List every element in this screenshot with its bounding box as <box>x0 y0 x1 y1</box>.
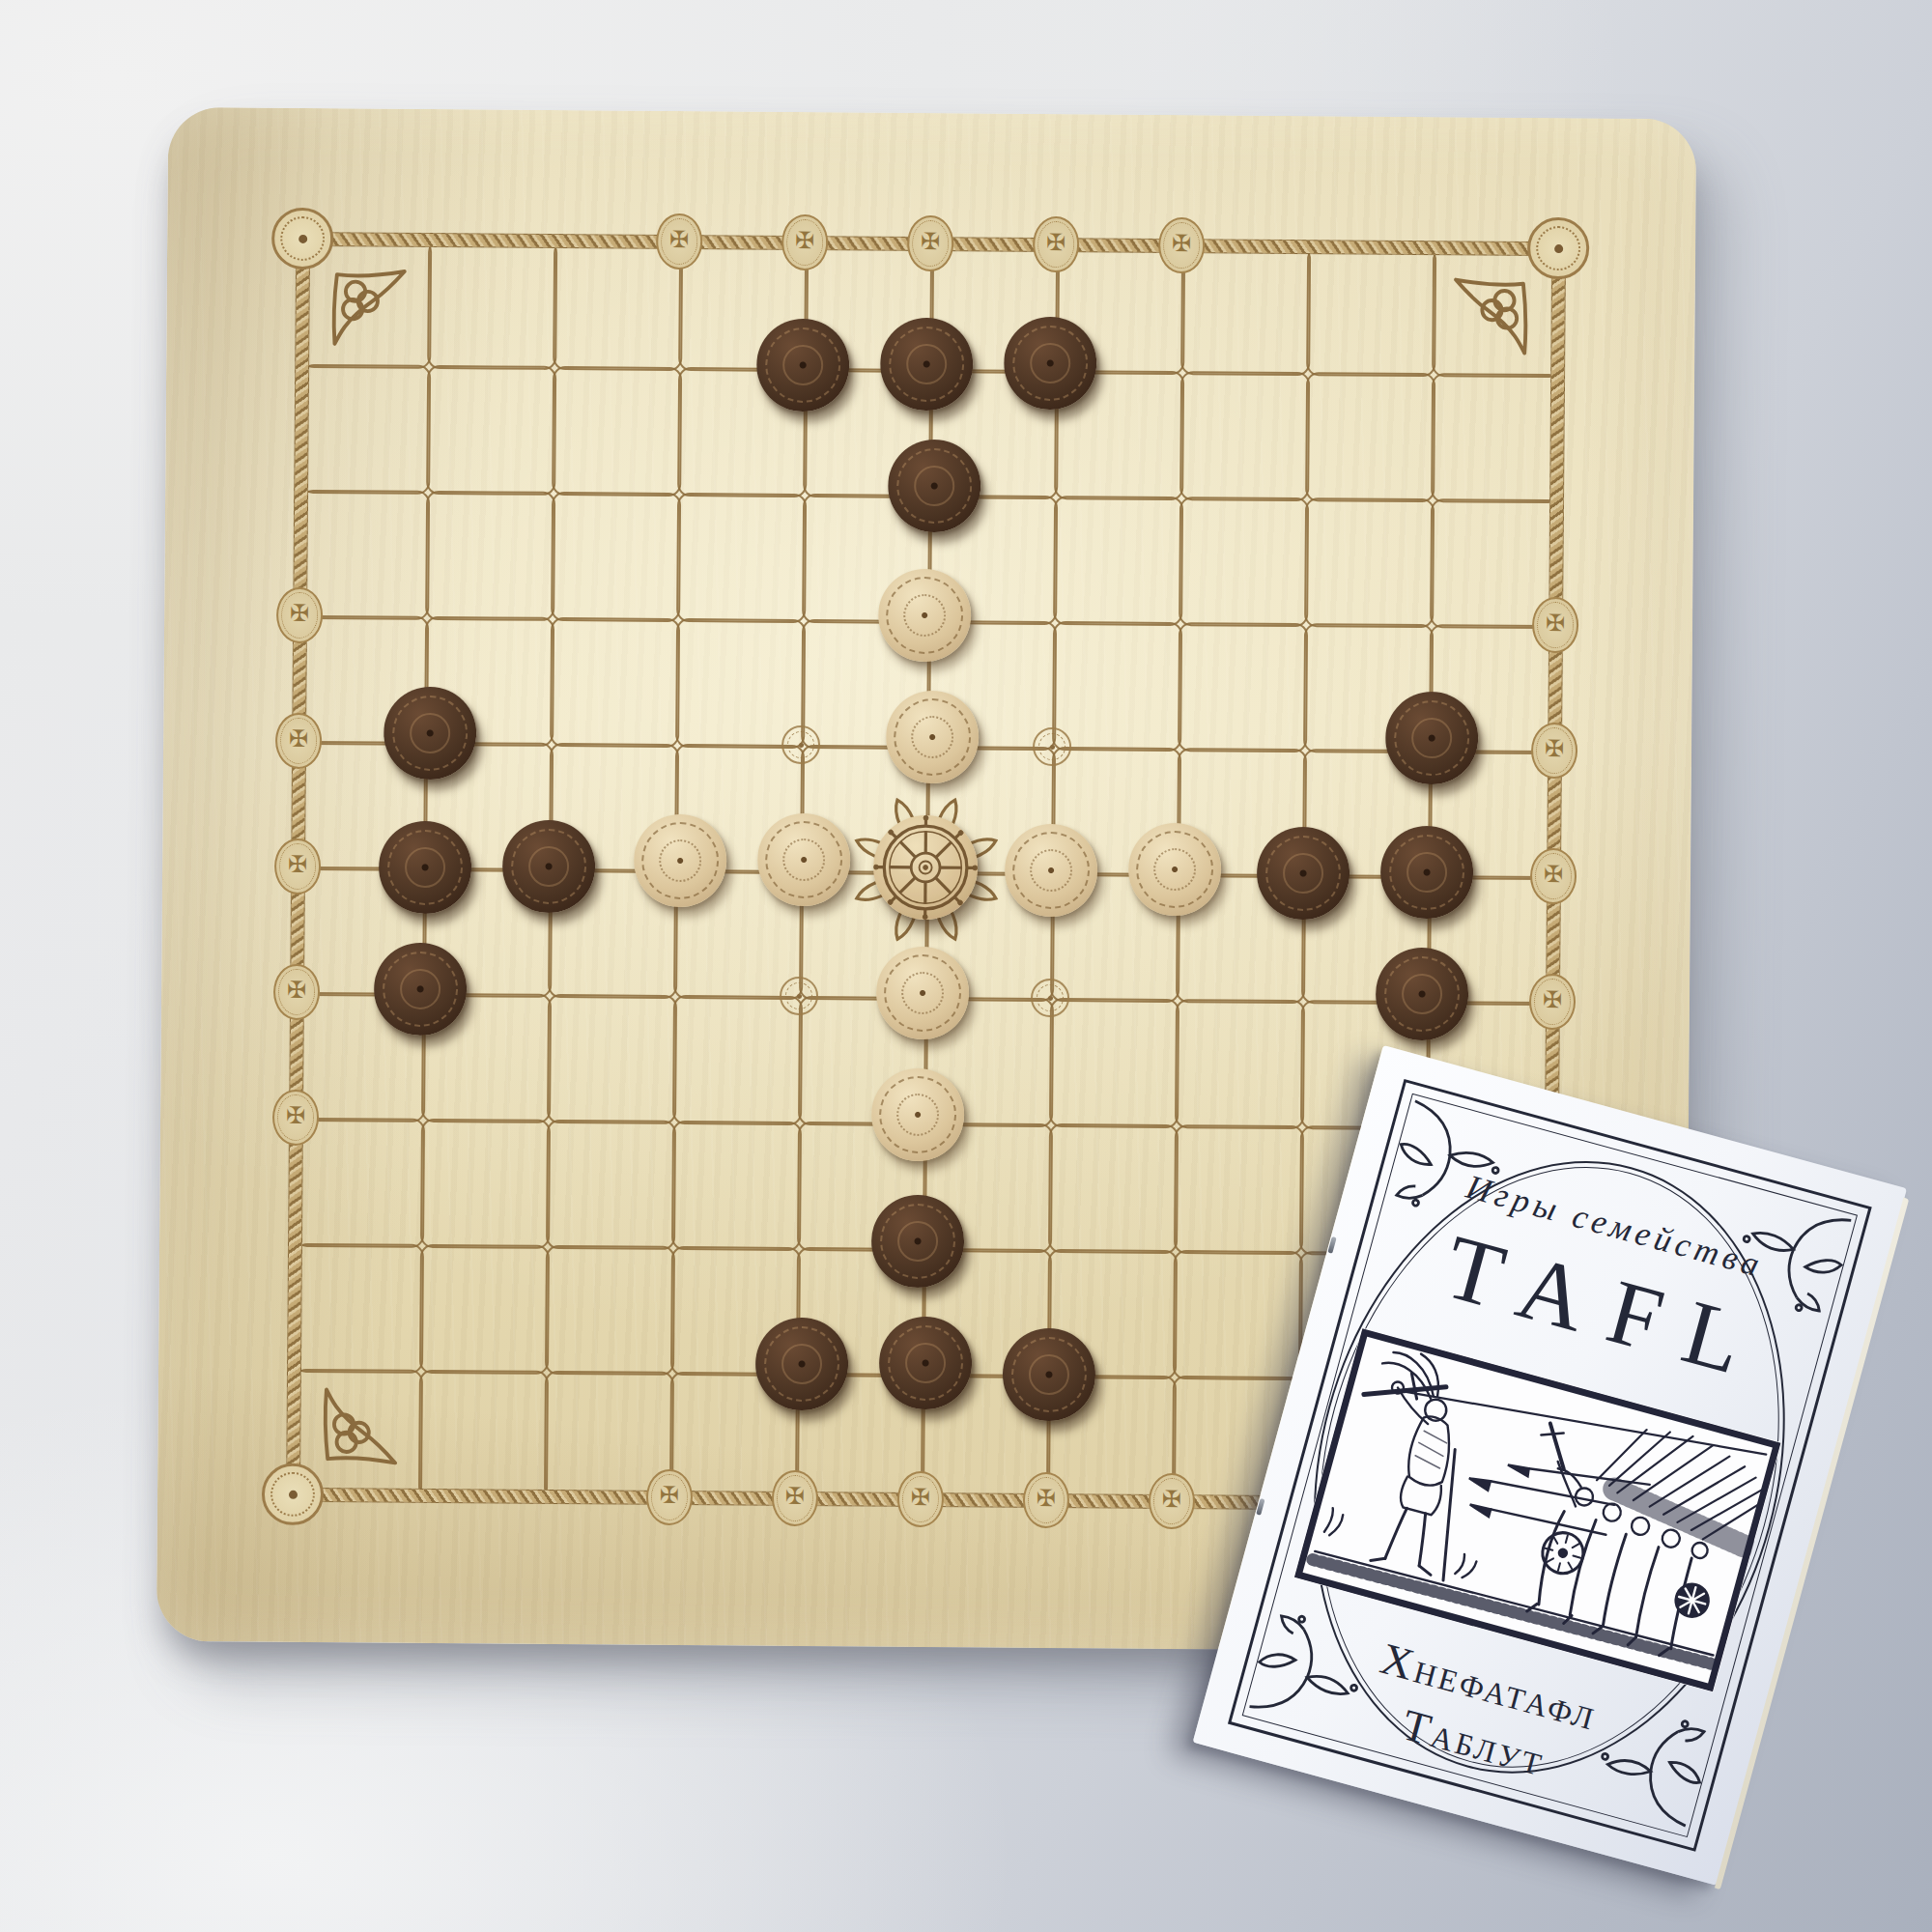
border-cross-medallion: ✠ <box>1532 597 1578 653</box>
grid-cell <box>545 1245 675 1376</box>
attacker-piece[interactable] <box>1003 1328 1096 1422</box>
border-cross-medallion: ✠ <box>1023 1472 1069 1528</box>
grid-cell <box>1052 621 1182 752</box>
border-cross-medallion: ✠ <box>1529 974 1576 1030</box>
defender-start-marker <box>780 977 818 1015</box>
grid-cell <box>1305 372 1435 502</box>
grid-cell <box>1053 496 1183 626</box>
border-cross-medallion: ✠ <box>1530 848 1577 904</box>
defender-piece[interactable] <box>634 814 727 908</box>
corner-circle-marker <box>271 208 334 270</box>
border-cross-medallion: ✠ <box>772 1470 818 1526</box>
attacker-piece[interactable] <box>384 687 477 781</box>
defender-piece[interactable] <box>1128 823 1222 917</box>
grid-cell <box>1179 371 1310 501</box>
grid-cell <box>675 618 806 749</box>
border-cross-medallion: ✠ <box>274 838 321 895</box>
corner-knot-icon <box>325 263 414 356</box>
attacker-piece[interactable] <box>379 821 472 915</box>
defender-piece[interactable] <box>757 813 851 907</box>
grid-cell <box>1175 999 1305 1129</box>
border-cross-medallion: ✠ <box>1158 217 1205 273</box>
border-cross-medallion: ✠ <box>1531 723 1577 779</box>
grid-cell <box>672 995 803 1125</box>
attacker-piece[interactable] <box>871 1195 965 1289</box>
defender-piece[interactable] <box>1005 824 1098 918</box>
grid-cell <box>1048 1123 1179 1254</box>
defender-piece[interactable] <box>878 569 972 663</box>
grid-cell <box>550 617 680 748</box>
grid-cell <box>418 1370 549 1500</box>
border-cross-medallion: ✠ <box>272 1090 319 1146</box>
grid-cell <box>1431 373 1561 503</box>
grid-cell <box>425 491 555 621</box>
king-piece[interactable] <box>873 815 979 921</box>
border-cross-medallion: ✠ <box>275 713 322 769</box>
grid-cell <box>547 994 677 1124</box>
grid-cell <box>295 1118 425 1248</box>
defender-start-marker <box>1033 727 1071 766</box>
border-cross-medallion: ✠ <box>781 214 828 270</box>
grid-cell <box>419 1244 550 1375</box>
defender-piece[interactable] <box>876 947 970 1040</box>
grid-cell <box>1304 497 1435 628</box>
grid-cell <box>427 240 557 370</box>
grid-cell <box>1174 1124 1304 1255</box>
grid-cell <box>1306 246 1436 377</box>
border-cross-medallion: ✠ <box>897 1471 944 1527</box>
grid-cell <box>1178 622 1308 753</box>
grid-cell <box>426 365 556 496</box>
corner-knot-icon <box>1445 271 1535 365</box>
attacker-piece[interactable] <box>374 943 468 1037</box>
corner-circle-marker <box>262 1463 325 1526</box>
grid-cell <box>546 1120 676 1250</box>
attacker-piece[interactable] <box>1004 317 1097 411</box>
defender-start-marker <box>1031 979 1069 1017</box>
grid-cell <box>300 364 431 495</box>
grid-cell <box>420 1119 551 1249</box>
attacker-piece[interactable] <box>1385 692 1479 785</box>
border-cross-medallion: ✠ <box>656 213 702 270</box>
grid-cell <box>1179 497 1309 627</box>
defender-piece[interactable] <box>886 691 980 784</box>
grid-cell <box>294 1243 424 1374</box>
grid-cell <box>1180 245 1311 376</box>
attacker-piece[interactable] <box>1376 948 1469 1041</box>
corner-knot-icon <box>316 1378 406 1471</box>
defender-start-marker <box>781 725 820 764</box>
border-cross-medallion: ✠ <box>276 587 323 643</box>
attacker-piece[interactable] <box>1257 827 1350 921</box>
grid-cell <box>671 1121 802 1251</box>
attacker-piece[interactable] <box>880 318 974 412</box>
photo-scene: ✠✠✠✠✠✠✠✠✠✠✠✠✠✠✠✠✠✠✠✠ Игры семейства TAFL <box>0 0 1932 1932</box>
border-cross-medallion: ✠ <box>646 1469 693 1525</box>
attacker-piece[interactable] <box>756 319 850 412</box>
border-cross-medallion: ✠ <box>1149 1473 1195 1529</box>
attacker-piece[interactable] <box>502 820 596 914</box>
grid-cell <box>1049 998 1179 1128</box>
border-cross-medallion: ✠ <box>907 215 953 271</box>
grid-cell <box>552 366 682 497</box>
attacker-piece[interactable] <box>1380 826 1474 920</box>
corner-circle-marker <box>1527 217 1590 280</box>
border-cross-medallion: ✠ <box>273 964 320 1020</box>
grid-cell <box>1173 1250 1303 1380</box>
king-wheel-icon <box>873 811 979 924</box>
attacker-piece[interactable] <box>888 440 981 533</box>
defender-piece[interactable] <box>871 1068 965 1162</box>
grid-cell <box>551 492 681 622</box>
grid-cell <box>676 493 807 623</box>
attacker-piece[interactable] <box>879 1317 973 1410</box>
attacker-piece[interactable] <box>755 1318 849 1411</box>
border-cross-medallion: ✠ <box>1033 216 1079 272</box>
